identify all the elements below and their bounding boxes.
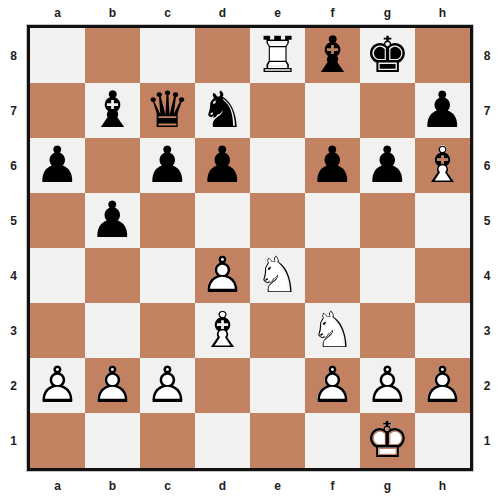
square-b2[interactable]: ♟♙: [85, 358, 140, 413]
square-h8[interactable]: [415, 28, 470, 83]
square-d2[interactable]: [195, 358, 250, 413]
square-f7[interactable]: [305, 83, 360, 138]
square-f4[interactable]: [305, 248, 360, 303]
black-pawn-icon: ♟: [360, 138, 415, 193]
square-a1[interactable]: [30, 413, 85, 468]
piece-black-pawn: ♟: [140, 138, 195, 193]
piece-black-knight: ♞: [195, 83, 250, 138]
piece-white-king: ♚♔: [360, 413, 415, 468]
rank-label-7: 7: [484, 104, 491, 118]
file-label-e: e: [274, 6, 281, 20]
black-pawn-icon: ♟: [415, 83, 470, 138]
square-g3[interactable]: [360, 303, 415, 358]
square-b8[interactable]: [85, 28, 140, 83]
file-label-h: h: [439, 6, 446, 20]
square-c2[interactable]: ♟♙: [140, 358, 195, 413]
square-h2[interactable]: ♟♙: [415, 358, 470, 413]
white-pawn-outline-icon: ♙: [140, 358, 195, 413]
rank-labels-right: 87654321: [473, 25, 501, 471]
square-g4[interactable]: [360, 248, 415, 303]
piece-black-bishop: ♝: [305, 28, 360, 83]
file-labels-bottom: abcdefgh: [27, 471, 473, 500]
file-label-c: c: [164, 6, 171, 20]
file-labels-top: abcdefgh: [27, 0, 473, 25]
file-label-f: f: [331, 6, 335, 20]
piece-white-pawn: ♟♙: [360, 358, 415, 413]
rank-label-3: 3: [10, 324, 17, 338]
rank-label-1: 1: [10, 434, 17, 448]
square-e4[interactable]: ♞♘: [250, 248, 305, 303]
square-e1[interactable]: [250, 413, 305, 468]
rank-label-4: 4: [10, 269, 17, 283]
file-label-h: h: [439, 479, 446, 493]
square-d3[interactable]: ♝♗: [195, 303, 250, 358]
square-b1[interactable]: [85, 413, 140, 468]
piece-white-pawn: ♟♙: [195, 248, 250, 303]
square-d1[interactable]: [195, 413, 250, 468]
white-pawn-outline-icon: ♙: [305, 358, 360, 413]
piece-black-pawn: ♟: [305, 138, 360, 193]
square-a2[interactable]: ♟♙: [30, 358, 85, 413]
file-label-d: d: [219, 479, 226, 493]
square-b4[interactable]: [85, 248, 140, 303]
piece-black-pawn: ♟: [415, 83, 470, 138]
piece-black-king: ♚: [360, 28, 415, 83]
square-h3[interactable]: [415, 303, 470, 358]
black-knight-icon: ♞: [195, 83, 250, 138]
chess-diagram: abcdefgh 87654321 ♜♖♝♚♝♛♞♟♟♟♟♟♟♝♗♟♟♙♞♘♝♗…: [0, 0, 501, 500]
black-queen-icon: ♛: [140, 83, 195, 138]
square-e7[interactable]: [250, 83, 305, 138]
square-f1[interactable]: [305, 413, 360, 468]
rank-label-8: 8: [484, 49, 491, 63]
white-pawn-outline-icon: ♙: [415, 358, 470, 413]
square-c6[interactable]: ♟: [140, 138, 195, 193]
square-f2[interactable]: ♟♙: [305, 358, 360, 413]
square-c1[interactable]: [140, 413, 195, 468]
square-f3[interactable]: ♞♘: [305, 303, 360, 358]
square-c7[interactable]: ♛: [140, 83, 195, 138]
square-a7[interactable]: [30, 83, 85, 138]
square-a5[interactable]: [30, 193, 85, 248]
square-c5[interactable]: [140, 193, 195, 248]
black-pawn-icon: ♟: [305, 138, 360, 193]
square-h5[interactable]: [415, 193, 470, 248]
square-g2[interactable]: ♟♙: [360, 358, 415, 413]
piece-white-pawn: ♟♙: [415, 358, 470, 413]
piece-black-pawn: ♟: [195, 138, 250, 193]
white-pawn-outline-icon: ♙: [195, 248, 250, 303]
square-h7[interactable]: ♟: [415, 83, 470, 138]
square-d4[interactable]: ♟♙: [195, 248, 250, 303]
white-pawn-outline-icon: ♙: [85, 358, 140, 413]
square-f5[interactable]: [305, 193, 360, 248]
square-d6[interactable]: ♟: [195, 138, 250, 193]
square-g8[interactable]: ♚: [360, 28, 415, 83]
square-h1[interactable]: [415, 413, 470, 468]
square-a6[interactable]: ♟: [30, 138, 85, 193]
rank-label-1: 1: [484, 434, 491, 448]
square-b5[interactable]: ♟: [85, 193, 140, 248]
file-label-a: a: [54, 6, 61, 20]
square-e2[interactable]: [250, 358, 305, 413]
square-g5[interactable]: [360, 193, 415, 248]
file-label-f: f: [331, 479, 335, 493]
square-g1[interactable]: ♚♔: [360, 413, 415, 468]
rank-label-2: 2: [484, 379, 491, 393]
piece-black-pawn: ♟: [85, 193, 140, 248]
file-label-e: e: [274, 479, 281, 493]
square-d8[interactable]: [195, 28, 250, 83]
piece-white-pawn: ♟♙: [140, 358, 195, 413]
file-label-d: d: [219, 6, 226, 20]
black-pawn-icon: ♟: [85, 193, 140, 248]
file-label-c: c: [164, 479, 171, 493]
rank-label-6: 6: [484, 159, 491, 173]
square-h4[interactable]: [415, 248, 470, 303]
white-pawn-outline-icon: ♙: [30, 358, 85, 413]
white-bishop-outline-icon: ♗: [415, 138, 470, 193]
rank-label-6: 6: [10, 159, 17, 173]
square-c8[interactable]: [140, 28, 195, 83]
square-e5[interactable]: [250, 193, 305, 248]
file-label-g: g: [384, 6, 391, 20]
white-knight-outline-icon: ♘: [305, 303, 360, 358]
rank-label-8: 8: [10, 49, 17, 63]
piece-black-queen: ♛: [140, 83, 195, 138]
file-label-a: a: [54, 479, 61, 493]
rank-label-5: 5: [484, 214, 491, 228]
file-label-b: b: [109, 6, 116, 20]
rank-label-5: 5: [10, 214, 17, 228]
piece-white-pawn: ♟♙: [85, 358, 140, 413]
square-b6[interactable]: [85, 138, 140, 193]
chess-board: ♜♖♝♚♝♛♞♟♟♟♟♟♟♝♗♟♟♙♞♘♝♗♞♘♟♙♟♙♟♙♟♙♟♙♟♙♚♔: [27, 25, 473, 471]
piece-black-pawn: ♟: [30, 138, 85, 193]
square-f8[interactable]: ♝: [305, 28, 360, 83]
square-a4[interactable]: [30, 248, 85, 303]
rank-label-4: 4: [484, 269, 491, 283]
black-pawn-icon: ♟: [140, 138, 195, 193]
square-e8[interactable]: ♜♖: [250, 28, 305, 83]
black-bishop-icon: ♝: [85, 83, 140, 138]
piece-white-rook: ♜♖: [250, 28, 305, 83]
square-c4[interactable]: [140, 248, 195, 303]
piece-white-pawn: ♟♙: [305, 358, 360, 413]
piece-white-knight: ♞♘: [305, 303, 360, 358]
square-h6[interactable]: ♝♗: [415, 138, 470, 193]
piece-white-pawn: ♟♙: [30, 358, 85, 413]
square-g6[interactable]: ♟: [360, 138, 415, 193]
rank-label-2: 2: [10, 379, 17, 393]
white-king-outline-icon: ♔: [360, 413, 415, 468]
black-pawn-icon: ♟: [195, 138, 250, 193]
rank-labels-left: 87654321: [0, 25, 27, 471]
square-g7[interactable]: [360, 83, 415, 138]
file-label-g: g: [384, 479, 391, 493]
square-d7[interactable]: ♞: [195, 83, 250, 138]
black-bishop-icon: ♝: [305, 28, 360, 83]
black-pawn-icon: ♟: [30, 138, 85, 193]
white-knight-outline-icon: ♘: [250, 248, 305, 303]
square-f6[interactable]: ♟: [305, 138, 360, 193]
square-c3[interactable]: [140, 303, 195, 358]
piece-white-knight: ♞♘: [250, 248, 305, 303]
square-e3[interactable]: [250, 303, 305, 358]
white-pawn-outline-icon: ♙: [360, 358, 415, 413]
square-e6[interactable]: [250, 138, 305, 193]
piece-black-pawn: ♟: [360, 138, 415, 193]
piece-black-bishop: ♝: [85, 83, 140, 138]
piece-white-bishop: ♝♗: [415, 138, 470, 193]
white-rook-outline-icon: ♖: [250, 28, 305, 83]
square-b3[interactable]: [85, 303, 140, 358]
square-a8[interactable]: [30, 28, 85, 83]
white-bishop-outline-icon: ♗: [195, 303, 250, 358]
rank-label-7: 7: [10, 104, 17, 118]
square-d5[interactable]: [195, 193, 250, 248]
piece-white-bishop: ♝♗: [195, 303, 250, 358]
rank-label-3: 3: [484, 324, 491, 338]
square-b7[interactable]: ♝: [85, 83, 140, 138]
black-king-icon: ♚: [360, 28, 415, 83]
square-a3[interactable]: [30, 303, 85, 358]
file-label-b: b: [109, 479, 116, 493]
